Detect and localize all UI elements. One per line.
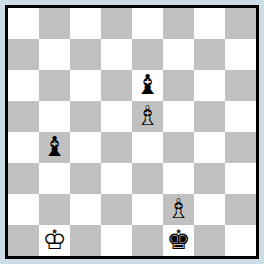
square-c1[interactable] <box>70 225 101 256</box>
square-f3[interactable] <box>163 163 194 194</box>
square-g2[interactable] <box>194 194 225 225</box>
square-b6[interactable] <box>39 70 70 101</box>
square-e2[interactable] <box>132 194 163 225</box>
square-a5[interactable] <box>8 101 39 132</box>
square-a6[interactable] <box>8 70 39 101</box>
square-g5[interactable] <box>194 101 225 132</box>
square-f2[interactable]: ♗ <box>163 194 194 225</box>
square-b2[interactable] <box>39 194 70 225</box>
square-h7[interactable] <box>225 39 256 70</box>
square-g4[interactable] <box>194 132 225 163</box>
diagram-margin: ♝♗♝♗♔♚ <box>0 0 264 264</box>
square-b7[interactable] <box>39 39 70 70</box>
white-bishop[interactable]: ♗ <box>132 101 163 132</box>
square-f6[interactable] <box>163 70 194 101</box>
white-bishop[interactable]: ♗ <box>163 194 194 225</box>
chess-board: ♝♗♝♗♔♚ <box>8 8 256 256</box>
square-e6[interactable]: ♝ <box>132 70 163 101</box>
square-g6[interactable] <box>194 70 225 101</box>
square-c4[interactable] <box>70 132 101 163</box>
square-e1[interactable] <box>132 225 163 256</box>
square-b1[interactable]: ♔ <box>39 225 70 256</box>
square-h3[interactable] <box>225 163 256 194</box>
black-king[interactable]: ♚ <box>163 225 194 256</box>
square-f7[interactable] <box>163 39 194 70</box>
square-g7[interactable] <box>194 39 225 70</box>
square-f4[interactable] <box>163 132 194 163</box>
square-d7[interactable] <box>101 39 132 70</box>
square-h1[interactable] <box>225 225 256 256</box>
square-f8[interactable] <box>163 8 194 39</box>
square-e4[interactable] <box>132 132 163 163</box>
square-h2[interactable] <box>225 194 256 225</box>
square-g8[interactable] <box>194 8 225 39</box>
square-e8[interactable] <box>132 8 163 39</box>
board-border: ♝♗♝♗♔♚ <box>5 5 259 259</box>
square-h8[interactable] <box>225 8 256 39</box>
square-a4[interactable] <box>8 132 39 163</box>
square-g3[interactable] <box>194 163 225 194</box>
square-e3[interactable] <box>132 163 163 194</box>
square-d8[interactable] <box>101 8 132 39</box>
square-b8[interactable] <box>39 8 70 39</box>
white-king[interactable]: ♔ <box>39 225 70 256</box>
square-e5[interactable]: ♗ <box>132 101 163 132</box>
square-f5[interactable] <box>163 101 194 132</box>
square-g1[interactable] <box>194 225 225 256</box>
square-c6[interactable] <box>70 70 101 101</box>
square-b5[interactable] <box>39 101 70 132</box>
square-d6[interactable] <box>101 70 132 101</box>
square-a2[interactable] <box>8 194 39 225</box>
square-b4[interactable]: ♝ <box>39 132 70 163</box>
square-a7[interactable] <box>8 39 39 70</box>
black-bishop[interactable]: ♝ <box>132 70 163 101</box>
square-a8[interactable] <box>8 8 39 39</box>
square-c3[interactable] <box>70 163 101 194</box>
square-c7[interactable] <box>70 39 101 70</box>
square-d1[interactable] <box>101 225 132 256</box>
square-h5[interactable] <box>225 101 256 132</box>
square-d5[interactable] <box>101 101 132 132</box>
square-d4[interactable] <box>101 132 132 163</box>
square-a3[interactable] <box>8 163 39 194</box>
square-b3[interactable] <box>39 163 70 194</box>
square-c8[interactable] <box>70 8 101 39</box>
square-a1[interactable] <box>8 225 39 256</box>
square-c5[interactable] <box>70 101 101 132</box>
square-h6[interactable] <box>225 70 256 101</box>
square-f1[interactable]: ♚ <box>163 225 194 256</box>
square-c2[interactable] <box>70 194 101 225</box>
black-bishop[interactable]: ♝ <box>39 132 70 163</box>
square-d2[interactable] <box>101 194 132 225</box>
square-e7[interactable] <box>132 39 163 70</box>
square-d3[interactable] <box>101 163 132 194</box>
square-h4[interactable] <box>225 132 256 163</box>
